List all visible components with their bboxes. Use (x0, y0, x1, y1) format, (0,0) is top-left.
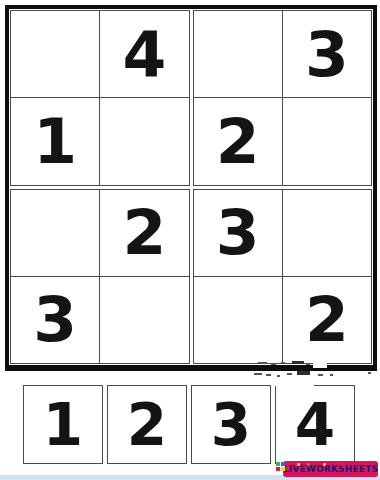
watermark-color-dot (307, 463, 310, 466)
cell-r3c3: 3 (194, 190, 282, 276)
number-tile-2[interactable]: 2 (107, 385, 187, 464)
cell-r1c2: 4 (100, 11, 188, 97)
cell-r4c2[interactable] (100, 277, 188, 363)
liveworksheets-watermark: LIVEWORKSHEETS (283, 461, 378, 477)
number-tile-4[interactable]: 4 (275, 385, 355, 464)
sudoku-grid: 4 1 3 2 2 3 3 2 (5, 5, 377, 371)
box-top-left: 4 1 (10, 10, 190, 186)
number-tile-1[interactable]: 1 (23, 385, 103, 464)
cell-r1c1[interactable] (11, 11, 99, 97)
cell-r2c1: 1 (11, 98, 99, 184)
box-bottom-left: 2 3 (10, 189, 190, 365)
cell-r3c1[interactable] (11, 190, 99, 276)
border-notch-artifact (313, 361, 327, 368)
cell-r4c4: 2 (283, 277, 371, 363)
cell-r4c1: 3 (11, 277, 99, 363)
cell-r3c4[interactable] (283, 190, 371, 276)
watermark-color-dot (297, 463, 300, 466)
cell-r4c3[interactable] (194, 277, 282, 363)
box-top-right: 3 2 (193, 10, 373, 186)
cell-r2c4[interactable] (283, 98, 371, 184)
box-bottom-right: 3 2 (193, 189, 373, 365)
watermark-color-dot (341, 463, 344, 466)
cell-r1c4: 3 (283, 11, 371, 97)
cell-r3c2: 2 (100, 190, 188, 276)
number-tile-3[interactable]: 3 (191, 385, 271, 464)
number-tile-tray: 1 2 3 4 (23, 385, 355, 464)
cell-r2c3: 2 (194, 98, 282, 184)
cell-r1c3[interactable] (194, 11, 282, 97)
watermark-color-dot (323, 463, 326, 466)
cell-r2c2[interactable] (100, 98, 188, 184)
watermark-logo-icon (276, 462, 285, 471)
